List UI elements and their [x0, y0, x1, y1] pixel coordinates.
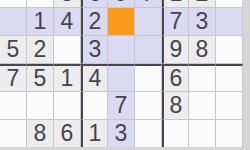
sudoku-board: 869712142735239875146788613 [0, 0, 243, 147]
cell-r5c4[interactable]: 2 [81, 8, 108, 36]
cell-r7c2[interactable]: 5 [27, 64, 54, 92]
cell-r6c5[interactable] [108, 36, 135, 64]
cell-r7c1[interactable]: 7 [0, 64, 27, 92]
cell-r4c5[interactable]: 9 [108, 0, 135, 8]
cell-r7c3[interactable]: 1 [54, 64, 81, 92]
cell-r7c5[interactable] [108, 64, 135, 92]
cell-r7c7[interactable]: 6 [162, 64, 189, 92]
cell-r9c6[interactable] [135, 120, 162, 147]
cell-r8c6[interactable] [135, 92, 162, 120]
cell-r4c8[interactable]: 2 [189, 0, 216, 8]
sudoku-grid: 869712142735239875146788613 [0, 0, 243, 147]
cell-r9c3[interactable]: 6 [54, 120, 81, 147]
cell-r7c8[interactable] [189, 64, 216, 92]
cell-r8c8[interactable] [189, 92, 216, 120]
cell-r8c1[interactable] [0, 92, 27, 120]
cell-r9c5[interactable]: 3 [108, 120, 135, 147]
cell-r8c7[interactable]: 8 [162, 92, 189, 120]
cell-r6c4[interactable]: 3 [81, 36, 108, 64]
cell-r5c8[interactable]: 3 [189, 8, 216, 36]
cell-r6c6[interactable] [135, 36, 162, 64]
cell-r8c2[interactable] [27, 92, 54, 120]
cell-r8c3[interactable] [54, 92, 81, 120]
cell-r4c2[interactable] [27, 0, 54, 8]
cell-r9c1[interactable] [0, 120, 27, 147]
cell-r4c1[interactable] [0, 0, 27, 8]
cell-r5c6[interactable] [135, 8, 162, 36]
cell-r5c9[interactable] [216, 8, 243, 36]
selected-cell-r5c5[interactable] [108, 8, 135, 36]
cell-r9c4[interactable]: 1 [81, 120, 108, 147]
cell-r7c6[interactable] [135, 64, 162, 92]
cell-r9c9[interactable] [216, 120, 243, 147]
cell-r9c8[interactable] [189, 120, 216, 147]
cell-r7c4[interactable]: 4 [81, 64, 108, 92]
cell-r6c2[interactable]: 2 [27, 36, 54, 64]
cell-r5c1[interactable] [0, 8, 27, 36]
cell-r4c3[interactable]: 8 [54, 0, 81, 8]
cell-r5c2[interactable]: 1 [27, 8, 54, 36]
cell-r6c7[interactable]: 9 [162, 36, 189, 64]
cell-r9c7[interactable] [162, 120, 189, 147]
cell-r8c9[interactable] [216, 92, 243, 120]
cell-r4c9[interactable] [216, 0, 243, 8]
cell-r4c6[interactable]: 7 [135, 0, 162, 8]
cell-r8c5[interactable]: 7 [108, 92, 135, 120]
cell-r8c4[interactable] [81, 92, 108, 120]
cell-r7c9[interactable] [216, 64, 243, 92]
cell-r9c2[interactable]: 8 [27, 120, 54, 147]
cell-r4c7[interactable]: 1 [162, 0, 189, 8]
cell-r6c1[interactable]: 5 [0, 36, 27, 64]
cell-r5c7[interactable]: 7 [162, 8, 189, 36]
cell-r6c8[interactable]: 8 [189, 36, 216, 64]
cell-r4c4[interactable]: 6 [81, 0, 108, 8]
cell-r5c3[interactable]: 4 [54, 8, 81, 36]
cell-r6c3[interactable] [54, 36, 81, 64]
cell-r6c9[interactable] [216, 36, 243, 64]
